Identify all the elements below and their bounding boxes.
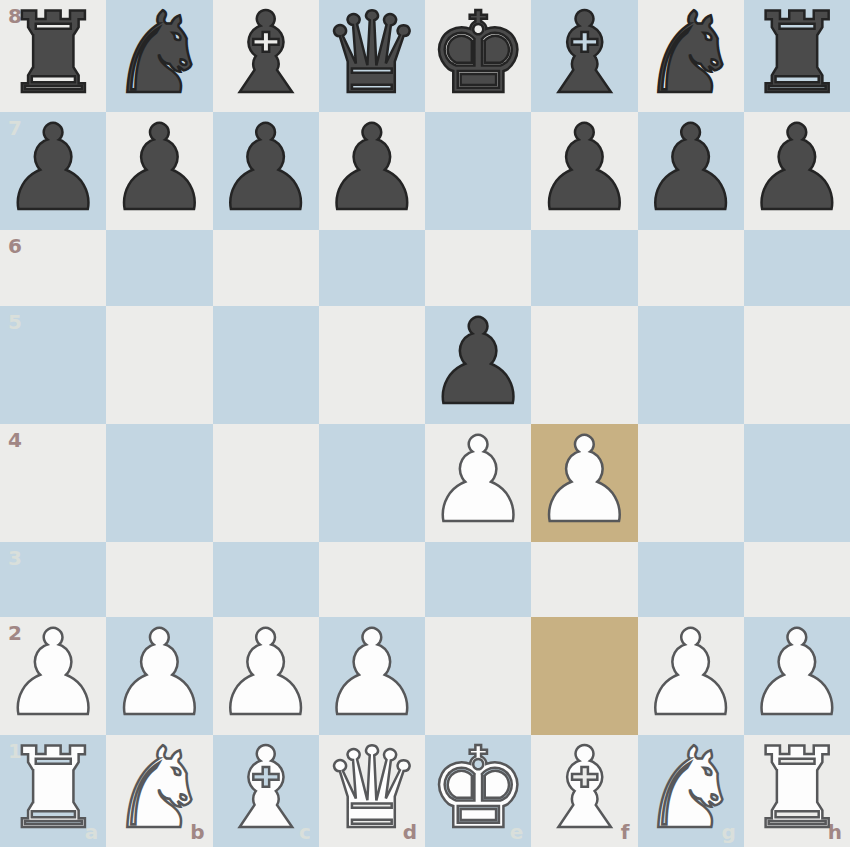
square-h6[interactable] bbox=[744, 230, 850, 306]
square-g8[interactable]: ♞ bbox=[638, 0, 744, 112]
square-e1[interactable]: e♚ bbox=[425, 735, 531, 847]
square-c4[interactable] bbox=[213, 424, 319, 542]
piece-black-pawn[interactable]: ♟ bbox=[106, 109, 212, 227]
piece-white-pawn[interactable]: ♟ bbox=[213, 614, 319, 732]
square-e8[interactable]: ♚ bbox=[425, 0, 531, 112]
square-e5[interactable]: ♟ bbox=[425, 306, 531, 424]
square-h2[interactable]: ♟ bbox=[744, 617, 850, 735]
piece-white-pawn[interactable]: ♟ bbox=[106, 614, 212, 732]
square-a4[interactable]: 4 bbox=[0, 424, 106, 542]
square-g6[interactable] bbox=[638, 230, 744, 306]
piece-black-knight[interactable]: ♞ bbox=[640, 0, 740, 109]
square-b4[interactable] bbox=[106, 424, 212, 542]
square-b6[interactable] bbox=[106, 230, 212, 306]
square-c7[interactable]: ♟ bbox=[213, 112, 319, 230]
square-d5[interactable] bbox=[319, 306, 425, 424]
square-e3[interactable] bbox=[425, 542, 531, 618]
piece-white-knight[interactable]: ♞ bbox=[640, 732, 740, 844]
square-e2[interactable] bbox=[425, 617, 531, 735]
square-h1[interactable]: h♜ bbox=[744, 735, 850, 847]
piece-white-knight[interactable]: ♞ bbox=[109, 732, 209, 844]
piece-black-pawn[interactable]: ♟ bbox=[319, 109, 425, 227]
rank-label-6: 6 bbox=[8, 236, 22, 256]
square-h8[interactable]: ♜ bbox=[744, 0, 850, 112]
square-d4[interactable] bbox=[319, 424, 425, 542]
square-f2[interactable] bbox=[531, 617, 637, 735]
square-d2[interactable]: ♟ bbox=[319, 617, 425, 735]
square-a5[interactable]: 5 bbox=[0, 306, 106, 424]
square-b2[interactable]: ♟ bbox=[106, 617, 212, 735]
piece-black-queen[interactable]: ♛ bbox=[322, 0, 422, 109]
piece-black-knight[interactable]: ♞ bbox=[109, 0, 209, 109]
square-a6[interactable]: 6 bbox=[0, 230, 106, 306]
square-f3[interactable] bbox=[531, 542, 637, 618]
piece-white-pawn[interactable]: ♟ bbox=[319, 614, 425, 732]
square-g7[interactable]: ♟ bbox=[638, 112, 744, 230]
piece-black-pawn[interactable]: ♟ bbox=[531, 109, 637, 227]
square-b1[interactable]: b♞ bbox=[106, 735, 212, 847]
rank-label-3: 3 bbox=[8, 548, 22, 568]
square-f4[interactable]: ♟ bbox=[531, 424, 637, 542]
piece-white-pawn[interactable]: ♟ bbox=[531, 421, 637, 539]
square-a8[interactable]: 8♜ bbox=[0, 0, 106, 112]
square-h7[interactable]: ♟ bbox=[744, 112, 850, 230]
square-g4[interactable] bbox=[638, 424, 744, 542]
piece-white-bishop[interactable]: ♝ bbox=[215, 732, 315, 844]
square-a7[interactable]: 7♟ bbox=[0, 112, 106, 230]
square-f7[interactable]: ♟ bbox=[531, 112, 637, 230]
piece-black-pawn[interactable]: ♟ bbox=[425, 303, 531, 421]
square-g2[interactable]: ♟ bbox=[638, 617, 744, 735]
square-b5[interactable] bbox=[106, 306, 212, 424]
square-e7[interactable] bbox=[425, 112, 531, 230]
piece-black-bishop[interactable]: ♝ bbox=[215, 0, 315, 109]
piece-white-bishop[interactable]: ♝ bbox=[534, 732, 634, 844]
piece-white-king[interactable]: ♚ bbox=[428, 732, 528, 844]
square-d8[interactable]: ♛ bbox=[319, 0, 425, 112]
piece-white-pawn[interactable]: ♟ bbox=[0, 614, 106, 732]
chess-board: 8♜♞♝♛♚♝♞♜7♟♟♟♟♟♟♟65♟4♟♟32♟♟♟♟♟♟1a♜b♞c♝d♛… bbox=[0, 0, 850, 847]
piece-black-rook[interactable]: ♜ bbox=[3, 0, 103, 109]
square-f8[interactable]: ♝ bbox=[531, 0, 637, 112]
piece-white-rook[interactable]: ♜ bbox=[747, 732, 847, 844]
square-b7[interactable]: ♟ bbox=[106, 112, 212, 230]
piece-black-pawn[interactable]: ♟ bbox=[744, 109, 850, 227]
square-h5[interactable] bbox=[744, 306, 850, 424]
piece-black-pawn[interactable]: ♟ bbox=[638, 109, 744, 227]
piece-white-queen[interactable]: ♛ bbox=[322, 732, 422, 844]
square-c1[interactable]: c♝ bbox=[213, 735, 319, 847]
square-f5[interactable] bbox=[531, 306, 637, 424]
square-d7[interactable]: ♟ bbox=[319, 112, 425, 230]
square-g5[interactable] bbox=[638, 306, 744, 424]
piece-white-pawn[interactable]: ♟ bbox=[425, 421, 531, 539]
piece-white-pawn[interactable]: ♟ bbox=[638, 614, 744, 732]
piece-black-pawn[interactable]: ♟ bbox=[213, 109, 319, 227]
piece-white-pawn[interactable]: ♟ bbox=[744, 614, 850, 732]
square-h4[interactable] bbox=[744, 424, 850, 542]
square-a1[interactable]: 1a♜ bbox=[0, 735, 106, 847]
square-c5[interactable] bbox=[213, 306, 319, 424]
square-f6[interactable] bbox=[531, 230, 637, 306]
square-e4[interactable]: ♟ bbox=[425, 424, 531, 542]
square-c2[interactable]: ♟ bbox=[213, 617, 319, 735]
rank-label-4: 4 bbox=[8, 430, 22, 450]
square-d1[interactable]: d♛ bbox=[319, 735, 425, 847]
square-d6[interactable] bbox=[319, 230, 425, 306]
square-f1[interactable]: f♝ bbox=[531, 735, 637, 847]
square-b8[interactable]: ♞ bbox=[106, 0, 212, 112]
piece-white-rook[interactable]: ♜ bbox=[3, 732, 103, 844]
piece-black-king[interactable]: ♚ bbox=[428, 0, 528, 109]
square-a2[interactable]: 2♟ bbox=[0, 617, 106, 735]
square-c6[interactable] bbox=[213, 230, 319, 306]
piece-black-rook[interactable]: ♜ bbox=[747, 0, 847, 109]
piece-black-bishop[interactable]: ♝ bbox=[534, 0, 634, 109]
square-c8[interactable]: ♝ bbox=[213, 0, 319, 112]
rank-label-5: 5 bbox=[8, 312, 22, 332]
piece-black-pawn[interactable]: ♟ bbox=[0, 109, 106, 227]
square-g1[interactable]: g♞ bbox=[638, 735, 744, 847]
